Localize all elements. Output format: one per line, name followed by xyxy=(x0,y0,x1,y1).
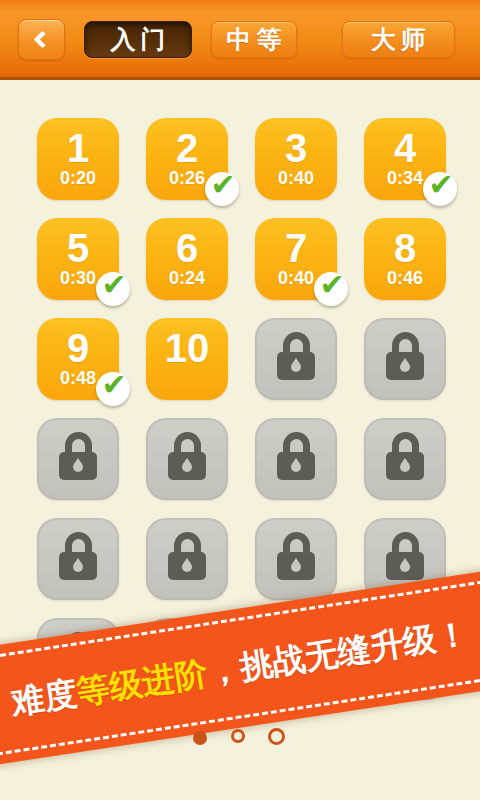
level-select-screen: 入门 中等 大师 1 0:20 ✔ 2 0:26 ✔ xyxy=(0,0,480,800)
level-best-time: 0:24 xyxy=(169,269,205,289)
level-number: 2 xyxy=(176,127,198,169)
lock-body xyxy=(386,352,424,380)
level-number: 6 xyxy=(176,227,198,269)
tab-beginner[interactable]: 入门 xyxy=(84,21,192,58)
level-best-time: 0:26 xyxy=(169,169,205,189)
level-number: 10 xyxy=(165,327,210,369)
level-best-time: 0:20 xyxy=(60,169,96,189)
level-tile: ✔ xyxy=(255,418,337,500)
level-number: 7 xyxy=(285,227,307,269)
header-bar: 入门 中等 大师 xyxy=(0,0,480,80)
level-tile[interactable]: 4 0:34 ✔ xyxy=(364,118,446,200)
level-tile: ✔ xyxy=(146,518,228,600)
banner-text-highlight: 等级进阶 xyxy=(74,654,210,710)
lock-icon xyxy=(386,432,424,480)
level-best-time: 0:48 xyxy=(60,369,96,389)
level-number: 3 xyxy=(285,127,307,169)
lock-shackle xyxy=(283,532,310,553)
lock-body xyxy=(277,552,315,580)
level-number: 1 xyxy=(67,127,89,169)
level-tile[interactable]: 3 0:40 ✔ xyxy=(255,118,337,200)
check-icon: ✔ xyxy=(210,170,235,200)
lock-icon xyxy=(168,532,206,580)
completed-badge: ✔ xyxy=(423,172,457,206)
level-tile[interactable]: 6 0:24 ✔ xyxy=(146,218,228,300)
lock-shackle xyxy=(392,332,419,353)
lock-icon xyxy=(59,432,97,480)
banner-text-suffix: ，挑战无缝升级！ xyxy=(204,614,471,690)
tab-medium[interactable]: 中等 xyxy=(211,21,297,58)
lock-icon xyxy=(59,532,97,580)
check-icon: ✔ xyxy=(101,370,126,400)
level-tile: ✔ xyxy=(37,418,119,500)
level-tile: ✔ xyxy=(364,318,446,400)
level-tile[interactable]: 10 ✔ xyxy=(146,318,228,400)
level-tile[interactable]: 5 0:30 ✔ xyxy=(37,218,119,300)
tab-master[interactable]: 大师 xyxy=(342,21,455,58)
completed-badge: ✔ xyxy=(205,172,239,206)
lock-icon xyxy=(386,332,424,380)
lock-shackle xyxy=(392,532,419,553)
lock-icon xyxy=(168,432,206,480)
lock-shackle xyxy=(392,432,419,453)
page-dot-active[interactable] xyxy=(193,731,207,745)
level-tile[interactable]: 2 0:26 ✔ xyxy=(146,118,228,200)
lock-body xyxy=(59,452,97,480)
lock-shackle xyxy=(174,532,201,553)
lock-shackle xyxy=(174,432,201,453)
lock-body xyxy=(168,552,206,580)
level-best-time: 0:30 xyxy=(60,269,96,289)
level-tile[interactable]: 8 0:46 ✔ xyxy=(364,218,446,300)
level-tile: ✔ xyxy=(364,418,446,500)
lock-icon xyxy=(277,532,315,580)
lock-body xyxy=(168,452,206,480)
level-tile[interactable]: 1 0:20 ✔ xyxy=(37,118,119,200)
lock-body xyxy=(386,452,424,480)
level-number: 8 xyxy=(394,227,416,269)
page-dot[interactable] xyxy=(268,728,285,745)
level-tile[interactable]: 9 0:48 ✔ xyxy=(37,318,119,400)
level-best-time: 0:40 xyxy=(278,169,314,189)
lock-icon xyxy=(277,332,315,380)
level-tile: ✔ xyxy=(255,518,337,600)
level-best-time: 0:40 xyxy=(278,269,314,289)
level-number: 4 xyxy=(394,127,416,169)
check-icon: ✔ xyxy=(101,270,126,300)
level-tile: ✔ xyxy=(255,318,337,400)
lock-shackle xyxy=(65,532,92,553)
lock-body xyxy=(386,552,424,580)
completed-badge: ✔ xyxy=(96,272,130,306)
page-dot[interactable] xyxy=(231,729,245,743)
lock-body xyxy=(59,552,97,580)
lock-body xyxy=(277,352,315,380)
level-best-time: 0:34 xyxy=(387,169,423,189)
check-icon: ✔ xyxy=(428,170,453,200)
chevron-left-icon xyxy=(33,30,51,48)
level-number: 5 xyxy=(67,227,89,269)
level-tile: ✔ xyxy=(37,518,119,600)
level-tile[interactable]: 7 0:40 ✔ xyxy=(255,218,337,300)
banner-text-prefix: 难度 xyxy=(9,674,80,721)
lock-icon xyxy=(277,432,315,480)
lock-shackle xyxy=(283,432,310,453)
level-number: 9 xyxy=(67,327,89,369)
lock-shackle xyxy=(283,332,310,353)
lock-body xyxy=(277,452,315,480)
completed-badge: ✔ xyxy=(314,272,348,306)
check-icon: ✔ xyxy=(319,270,344,300)
completed-badge: ✔ xyxy=(96,372,130,406)
lock-shackle xyxy=(65,432,92,453)
back-button[interactable] xyxy=(18,19,65,60)
level-tile: ✔ xyxy=(146,418,228,500)
level-best-time: 0:46 xyxy=(387,269,423,289)
lock-icon xyxy=(386,532,424,580)
